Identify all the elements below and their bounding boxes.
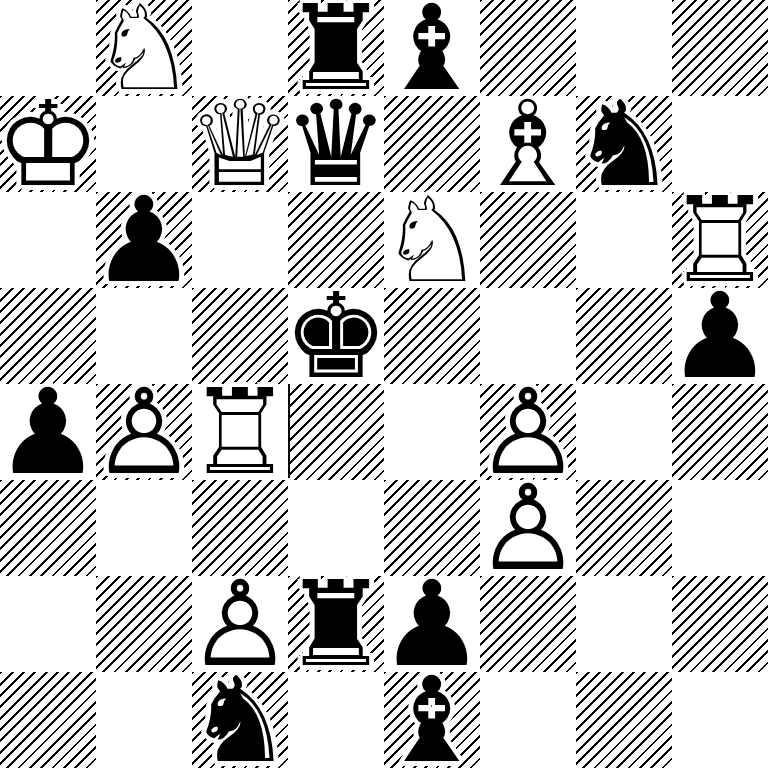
square-d3[interactable] bbox=[288, 480, 384, 576]
square-e5[interactable] bbox=[384, 288, 480, 384]
square-g4[interactable] bbox=[576, 384, 672, 480]
square-f7[interactable]: ♝♗ bbox=[480, 96, 576, 192]
white-king-halo: ♚ bbox=[0, 96, 96, 192]
square-h2[interactable] bbox=[672, 576, 768, 672]
black-pawn[interactable]: ♟ bbox=[672, 288, 768, 384]
black-pawn[interactable]: ♟ bbox=[0, 384, 96, 480]
white-bishop-halo: ♝ bbox=[480, 96, 576, 192]
white-pawn[interactable]: ♙ bbox=[192, 576, 288, 672]
square-g5[interactable] bbox=[576, 288, 672, 384]
square-f1[interactable] bbox=[480, 672, 576, 768]
white-bishop[interactable]: ♗ bbox=[480, 96, 576, 192]
black-rook-halo: ♜ bbox=[288, 0, 384, 96]
square-c5[interactable] bbox=[192, 288, 288, 384]
square-h3[interactable] bbox=[672, 480, 768, 576]
black-king-halo: ♚ bbox=[288, 288, 384, 384]
square-d6[interactable] bbox=[288, 192, 384, 288]
square-g2[interactable] bbox=[576, 576, 672, 672]
black-pawn-halo: ♟ bbox=[96, 192, 192, 288]
square-d7[interactable]: ♛♛ bbox=[288, 96, 384, 192]
black-pawn[interactable]: ♟ bbox=[384, 576, 480, 672]
square-h5[interactable]: ♟♟ bbox=[672, 288, 768, 384]
square-a1[interactable] bbox=[0, 672, 96, 768]
square-h4[interactable] bbox=[672, 384, 768, 480]
square-h6[interactable]: ♜♖ bbox=[672, 192, 768, 288]
square-e6[interactable]: ♞♘ bbox=[384, 192, 480, 288]
black-queen[interactable]: ♛ bbox=[288, 96, 384, 192]
white-rook[interactable]: ♖ bbox=[672, 192, 768, 288]
square-e2[interactable]: ♟♟ bbox=[384, 576, 480, 672]
square-a4[interactable]: ♟♟ bbox=[0, 384, 96, 480]
square-e7[interactable] bbox=[384, 96, 480, 192]
square-c3[interactable] bbox=[192, 480, 288, 576]
square-g7[interactable]: ♞♞ bbox=[576, 96, 672, 192]
square-b6[interactable]: ♟♟ bbox=[96, 192, 192, 288]
black-knight-halo: ♞ bbox=[192, 672, 288, 768]
square-b8[interactable]: ♞♘ bbox=[96, 0, 192, 96]
white-pawn-halo: ♟ bbox=[480, 384, 576, 480]
square-d2[interactable]: ♜♜ bbox=[288, 576, 384, 672]
white-pawn[interactable]: ♙ bbox=[480, 384, 576, 480]
square-a5[interactable] bbox=[0, 288, 96, 384]
white-pawn[interactable]: ♙ bbox=[96, 384, 192, 480]
black-knight-halo: ♞ bbox=[576, 96, 672, 192]
square-a3[interactable] bbox=[0, 480, 96, 576]
white-queen-halo: ♛ bbox=[192, 96, 288, 192]
black-pawn-halo: ♟ bbox=[384, 576, 480, 672]
white-pawn-halo: ♟ bbox=[96, 384, 192, 480]
black-rook[interactable]: ♜ bbox=[288, 0, 384, 96]
square-a2[interactable] bbox=[0, 576, 96, 672]
black-pawn-halo: ♟ bbox=[672, 288, 768, 384]
square-b2[interactable] bbox=[96, 576, 192, 672]
square-f6[interactable] bbox=[480, 192, 576, 288]
square-h7[interactable] bbox=[672, 96, 768, 192]
square-e1[interactable]: ♝♝ bbox=[384, 672, 480, 768]
square-e8[interactable]: ♝♝ bbox=[384, 0, 480, 96]
square-c8[interactable] bbox=[192, 0, 288, 96]
black-bishop-halo: ♝ bbox=[384, 0, 480, 96]
black-king[interactable]: ♚ bbox=[288, 288, 384, 384]
chess-board: ♞♘♜♜♝♝♚♔♛♕♛♛♝♗♞♞♟♟♞♘♜♖♚♚♟♟♟♟♟♙♜♖♟♙♟♙♟♙♜♜… bbox=[0, 0, 768, 768]
white-knight-halo: ♞ bbox=[96, 0, 192, 96]
black-pawn-halo: ♟ bbox=[0, 384, 96, 480]
stray-gridline bbox=[288, 385, 290, 478]
square-e3[interactable] bbox=[384, 480, 480, 576]
black-rook[interactable]: ♜ bbox=[288, 576, 384, 672]
white-pawn[interactable]: ♙ bbox=[480, 480, 576, 576]
black-queen-halo: ♛ bbox=[288, 96, 384, 192]
white-rook[interactable]: ♖ bbox=[192, 384, 288, 480]
square-a7[interactable]: ♚♔ bbox=[0, 96, 96, 192]
black-pawn[interactable]: ♟ bbox=[96, 192, 192, 288]
black-knight[interactable]: ♞ bbox=[192, 672, 288, 768]
black-bishop-halo: ♝ bbox=[384, 672, 480, 768]
square-c7[interactable]: ♛♕ bbox=[192, 96, 288, 192]
square-f8[interactable] bbox=[480, 0, 576, 96]
square-c2[interactable]: ♟♙ bbox=[192, 576, 288, 672]
square-b1[interactable] bbox=[96, 672, 192, 768]
square-a6[interactable] bbox=[0, 192, 96, 288]
black-rook-halo: ♜ bbox=[288, 576, 384, 672]
square-d4[interactable] bbox=[288, 384, 384, 480]
white-king[interactable]: ♔ bbox=[0, 96, 96, 192]
square-b4[interactable]: ♟♙ bbox=[96, 384, 192, 480]
white-rook-halo: ♜ bbox=[192, 384, 288, 480]
square-h8[interactable] bbox=[672, 0, 768, 96]
square-c1[interactable]: ♞♞ bbox=[192, 672, 288, 768]
square-g8[interactable] bbox=[576, 0, 672, 96]
square-d1[interactable] bbox=[288, 672, 384, 768]
square-c6[interactable] bbox=[192, 192, 288, 288]
square-d8[interactable]: ♜♜ bbox=[288, 0, 384, 96]
square-d5[interactable]: ♚♚ bbox=[288, 288, 384, 384]
square-c4[interactable]: ♜♖ bbox=[192, 384, 288, 480]
square-g3[interactable] bbox=[576, 480, 672, 576]
square-b3[interactable] bbox=[96, 480, 192, 576]
black-bishop[interactable]: ♝ bbox=[384, 0, 480, 96]
black-bishop[interactable]: ♝ bbox=[384, 672, 480, 768]
square-g1[interactable] bbox=[576, 672, 672, 768]
white-rook-halo: ♜ bbox=[672, 192, 768, 288]
square-h1[interactable] bbox=[672, 672, 768, 768]
white-knight[interactable]: ♘ bbox=[384, 192, 480, 288]
square-f5[interactable] bbox=[480, 288, 576, 384]
square-f3[interactable]: ♟♙ bbox=[480, 480, 576, 576]
square-b7[interactable] bbox=[96, 96, 192, 192]
square-e4[interactable] bbox=[384, 384, 480, 480]
white-pawn-halo: ♟ bbox=[480, 480, 576, 576]
square-f4[interactable]: ♟♙ bbox=[480, 384, 576, 480]
white-knight-halo: ♞ bbox=[384, 192, 480, 288]
black-knight[interactable]: ♞ bbox=[576, 96, 672, 192]
white-pawn-halo: ♟ bbox=[192, 576, 288, 672]
white-queen[interactable]: ♕ bbox=[192, 96, 288, 192]
square-b5[interactable] bbox=[96, 288, 192, 384]
square-a8[interactable] bbox=[0, 0, 96, 96]
square-f2[interactable] bbox=[480, 576, 576, 672]
square-g6[interactable] bbox=[576, 192, 672, 288]
white-knight[interactable]: ♘ bbox=[96, 0, 192, 96]
